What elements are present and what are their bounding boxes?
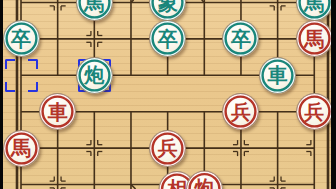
red-horse-piece[interactable]: 馬 — [3, 130, 40, 167]
red-chariot-piece[interactable]: 車 — [39, 93, 76, 130]
piece-character: 炮 — [194, 178, 214, 189]
piece-character: 相 — [167, 179, 187, 189]
red-cannon-piece[interactable]: 炮 — [186, 170, 223, 189]
piece-character: 馬 — [304, 0, 324, 12]
red-horse-piece[interactable]: 馬 — [296, 20, 333, 57]
piece-character: 馬 — [304, 28, 324, 48]
piece-character: 馬 — [84, 0, 104, 12]
piece-character: 兵 — [158, 138, 178, 158]
board-grid[interactable]: 馬象馬卒卒卒馬炮車車兵兵馬兵相炮 — [3, 0, 333, 189]
piece-character: 卒 — [231, 28, 251, 48]
piece-character: 炮 — [84, 65, 104, 85]
piece-character: 兵 — [231, 101, 251, 121]
piece-character: 象 — [158, 0, 178, 12]
piece-character: 馬 — [11, 138, 31, 158]
piece-character: 兵 — [304, 101, 324, 121]
piece-character: 卒 — [158, 28, 178, 48]
black-horse-piece[interactable]: 馬 — [76, 0, 113, 21]
black-soldier-piece[interactable]: 卒 — [222, 20, 259, 57]
black-soldier-piece[interactable]: 卒 — [149, 20, 186, 57]
red-soldier-piece[interactable]: 兵 — [296, 93, 333, 130]
black-chariot-piece[interactable]: 車 — [259, 57, 296, 94]
piece-character: 車 — [268, 65, 288, 85]
piece-character: 車 — [48, 101, 68, 121]
red-soldier-piece[interactable]: 兵 — [222, 93, 259, 130]
right-letterbox-bar — [331, 0, 336, 189]
black-elephant-piece[interactable]: 象 — [149, 0, 186, 21]
black-cannon-piece[interactable]: 炮 — [76, 57, 113, 94]
black-soldier-piece[interactable]: 卒 — [3, 20, 40, 57]
red-soldier-piece[interactable]: 兵 — [149, 130, 186, 167]
last-move-from-marker — [5, 59, 38, 92]
xiangqi-app-frame: 馬象馬卒卒卒馬炮車車兵兵馬兵相炮 — [0, 0, 336, 189]
piece-character: 卒 — [11, 28, 31, 48]
black-horse-piece[interactable]: 馬 — [296, 0, 333, 21]
left-letterbox-bar — [0, 0, 3, 189]
